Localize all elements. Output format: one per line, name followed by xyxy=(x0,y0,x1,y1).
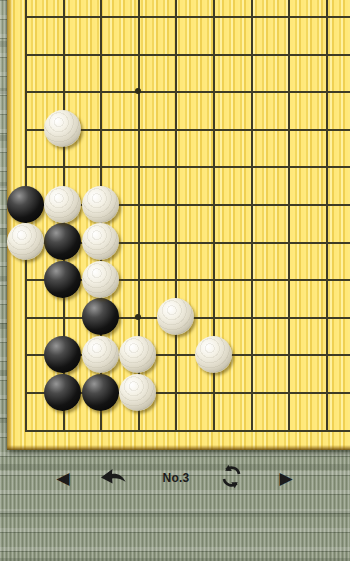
next-problem-button[interactable]: ▶ xyxy=(266,458,306,498)
back-arrow-icon xyxy=(99,467,127,490)
right-triangle-icon: ▶ xyxy=(279,470,292,487)
toolbar: ◀ No.3 ▶ xyxy=(0,455,350,501)
left-triangle-icon: ◀ xyxy=(56,470,69,487)
undo-move-button[interactable] xyxy=(93,458,133,498)
app-screen: ◀ No.3 ▶ xyxy=(0,0,350,561)
refresh-icon xyxy=(219,464,244,493)
reset-problem-button[interactable] xyxy=(211,458,251,498)
move-number-label: No.3 xyxy=(163,471,190,485)
go-board[interactable] xyxy=(7,0,350,450)
prev-problem-button[interactable]: ◀ xyxy=(43,458,83,498)
